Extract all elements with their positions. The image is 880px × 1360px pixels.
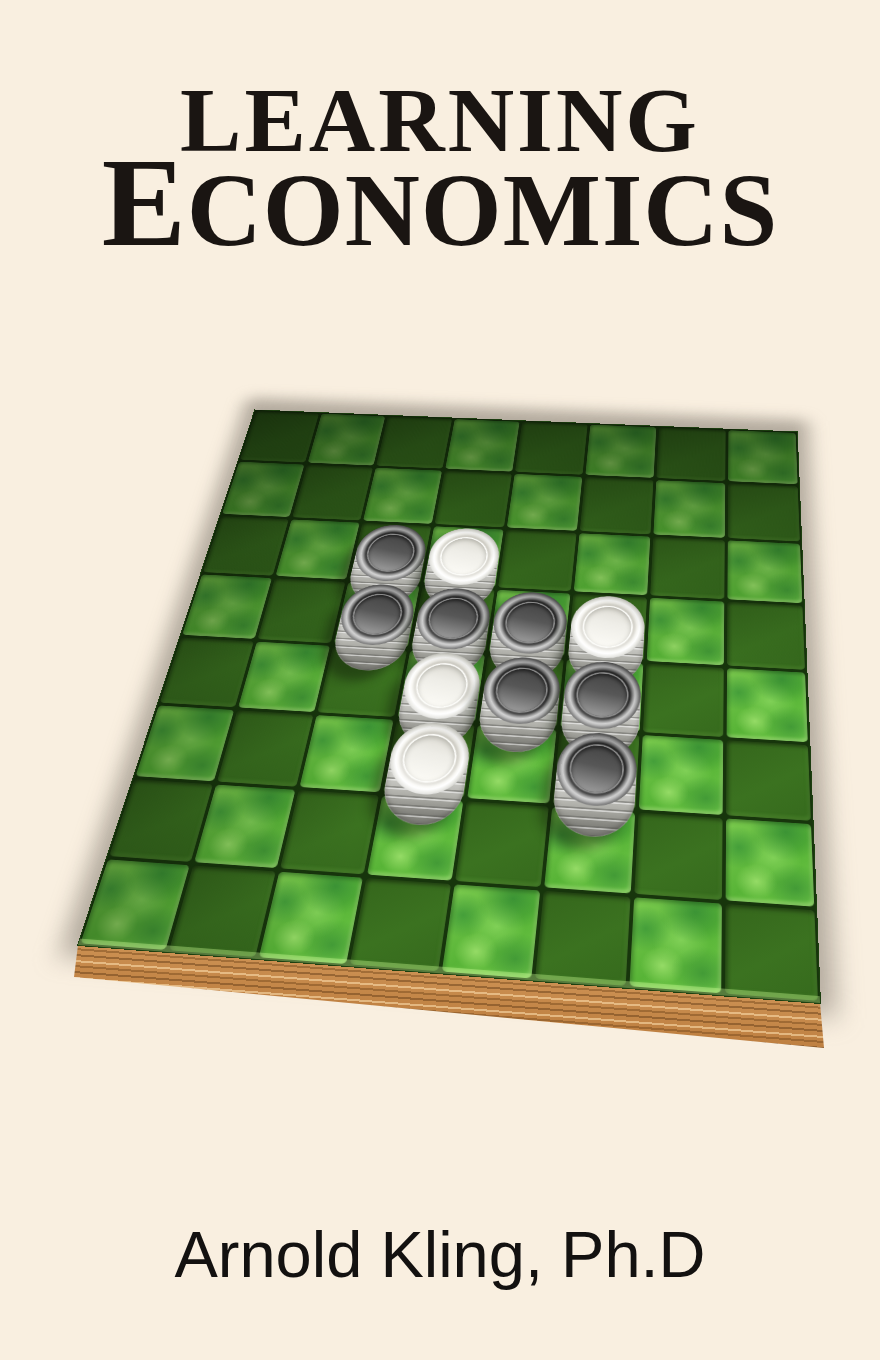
- square-e1: [515, 422, 588, 475]
- square-b3: [276, 519, 360, 579]
- square-h6: [726, 740, 811, 821]
- square-h7: [726, 818, 815, 906]
- white-disc-d5: [398, 651, 484, 721]
- square-a2: [222, 462, 304, 517]
- square-g4: [647, 598, 725, 665]
- square-b2: [292, 465, 373, 521]
- square-a3: [203, 516, 289, 576]
- white-disc-d6: [384, 721, 474, 797]
- square-h2: [728, 483, 800, 541]
- square-d8: [350, 878, 451, 971]
- square-b6: [217, 710, 313, 787]
- square-c2: [363, 468, 442, 524]
- black-disc-d4: [412, 587, 494, 652]
- square-f8: [535, 891, 630, 986]
- square-h4: [727, 602, 805, 670]
- square-b7: [194, 785, 295, 868]
- black-disc-f6: [553, 731, 638, 809]
- white-disc-d3: [424, 527, 503, 587]
- square-e3: [498, 530, 577, 591]
- square-g8: [629, 897, 721, 993]
- square-e7: [455, 801, 549, 887]
- square-g2: [653, 480, 725, 538]
- square-e8: [442, 884, 540, 978]
- square-b4: [258, 578, 346, 643]
- black-disc-e4: [489, 591, 569, 656]
- square-d2: [435, 471, 512, 527]
- square-h8: [725, 904, 818, 1001]
- author-name: Arnold Kling, Ph.D: [0, 1222, 880, 1287]
- square-c7: [280, 790, 379, 874]
- white-disc-f4: [568, 594, 646, 660]
- square-g3: [650, 537, 725, 599]
- square-b1: [308, 414, 386, 466]
- square-g5: [643, 664, 724, 737]
- square-f1: [585, 425, 656, 478]
- board-scene: [0, 0, 880, 1360]
- square-g1: [656, 427, 725, 481]
- square-h1: [728, 430, 798, 484]
- black-disc-c4: [335, 583, 419, 647]
- square-f2: [580, 477, 654, 534]
- square-g6: [639, 735, 723, 815]
- square-c8: [259, 872, 363, 964]
- square-c6: [299, 715, 393, 792]
- square-d1: [445, 419, 519, 472]
- black-disc-f5: [561, 660, 642, 731]
- black-disc-c3: [350, 523, 431, 582]
- square-h5: [727, 668, 808, 742]
- square-f3: [574, 533, 651, 595]
- black-disc-e5: [479, 655, 563, 726]
- square-h3: [727, 540, 802, 603]
- book-cover: LEARNING ECONOMICS Arnold Kling, Ph.D: [0, 0, 880, 1360]
- square-g7: [634, 813, 722, 900]
- square-a1: [240, 411, 319, 462]
- square-c1: [376, 416, 452, 468]
- square-e2: [507, 474, 582, 531]
- othello-board: [78, 410, 820, 1003]
- square-b5: [238, 642, 330, 712]
